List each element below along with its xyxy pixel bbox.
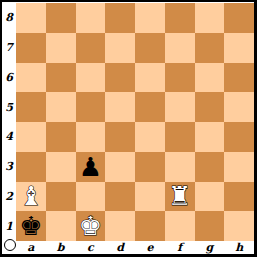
square-e5[interactable] (135, 92, 165, 122)
square-b8[interactable] (46, 3, 76, 33)
square-h6[interactable] (224, 63, 254, 93)
square-g6[interactable] (195, 63, 225, 93)
square-d4[interactable] (105, 122, 135, 152)
file-labels: abcdefgh (16, 240, 254, 254)
square-c7[interactable] (76, 33, 106, 63)
square-e8[interactable] (135, 3, 165, 33)
white-king-c1[interactable]: ♚ (79, 213, 102, 239)
square-h1[interactable] (224, 211, 254, 241)
rank-label-8: 8 (2, 3, 16, 33)
file-label-e: e (135, 240, 165, 254)
square-f4[interactable] (165, 122, 195, 152)
rank-labels: 87654321 (2, 3, 16, 241)
rank-label-4: 4 (2, 122, 16, 152)
square-h5[interactable] (224, 92, 254, 122)
square-c4[interactable] (76, 122, 106, 152)
square-d5[interactable] (105, 92, 135, 122)
square-e3[interactable] (135, 152, 165, 182)
rank-label-7: 7 (2, 33, 16, 63)
square-c8[interactable] (76, 3, 106, 33)
square-a4[interactable] (16, 122, 46, 152)
black-pawn-c3[interactable]: ♟ (79, 154, 102, 180)
square-d7[interactable] (105, 33, 135, 63)
square-h2[interactable] (224, 182, 254, 212)
white-to-move-indicator (4, 239, 16, 251)
square-e6[interactable] (135, 63, 165, 93)
rank-label-1: 1 (2, 211, 16, 241)
square-g2[interactable] (195, 182, 225, 212)
square-b1[interactable] (46, 211, 76, 241)
square-g5[interactable] (195, 92, 225, 122)
file-label-a: a (16, 240, 46, 254)
square-d1[interactable] (105, 211, 135, 241)
square-c5[interactable] (76, 92, 106, 122)
square-f8[interactable] (165, 3, 195, 33)
square-d3[interactable] (105, 152, 135, 182)
file-label-b: b (46, 240, 76, 254)
square-a7[interactable] (16, 33, 46, 63)
square-h3[interactable] (224, 152, 254, 182)
file-label-f: f (165, 240, 195, 254)
square-g3[interactable] (195, 152, 225, 182)
square-a2[interactable]: ♝ (16, 182, 46, 212)
square-c1[interactable]: ♚ (76, 211, 106, 241)
square-h4[interactable] (224, 122, 254, 152)
square-a8[interactable] (16, 3, 46, 33)
square-g7[interactable] (195, 33, 225, 63)
white-rook-f2[interactable]: ♜ (168, 183, 191, 209)
file-label-c: c (76, 240, 106, 254)
square-g8[interactable] (195, 3, 225, 33)
square-e2[interactable] (135, 182, 165, 212)
square-g1[interactable] (195, 211, 225, 241)
rank-label-2: 2 (2, 182, 16, 212)
square-f3[interactable] (165, 152, 195, 182)
square-a1[interactable]: ♚ (16, 211, 46, 241)
square-c3[interactable]: ♟ (76, 152, 106, 182)
rank-label-3: 3 (2, 152, 16, 182)
square-b5[interactable] (46, 92, 76, 122)
square-h8[interactable] (224, 3, 254, 33)
black-king-a1[interactable]: ♚ (19, 213, 42, 239)
square-a3[interactable] (16, 152, 46, 182)
square-c6[interactable] (76, 63, 106, 93)
file-label-h: h (224, 240, 254, 254)
square-d8[interactable] (105, 3, 135, 33)
rank-label-5: 5 (2, 92, 16, 122)
square-a5[interactable] (16, 92, 46, 122)
square-a6[interactable] (16, 63, 46, 93)
rank-label-6: 6 (2, 63, 16, 93)
file-label-d: d (105, 240, 135, 254)
square-b3[interactable] (46, 152, 76, 182)
square-c2[interactable] (76, 182, 106, 212)
square-b4[interactable] (46, 122, 76, 152)
square-g4[interactable] (195, 122, 225, 152)
square-h7[interactable] (224, 33, 254, 63)
square-f7[interactable] (165, 33, 195, 63)
square-e4[interactable] (135, 122, 165, 152)
diagram-background: 87654321 ♟♝♜♚♚ abcdefgh (2, 2, 254, 254)
square-f1[interactable] (165, 211, 195, 241)
square-b7[interactable] (46, 33, 76, 63)
square-e7[interactable] (135, 33, 165, 63)
square-b2[interactable] (46, 182, 76, 212)
square-f6[interactable] (165, 63, 195, 93)
square-b6[interactable] (46, 63, 76, 93)
file-label-g: g (195, 240, 225, 254)
white-bishop-a2[interactable]: ♝ (19, 183, 42, 209)
square-f2[interactable]: ♜ (165, 182, 195, 212)
square-e1[interactable] (135, 211, 165, 241)
square-f5[interactable] (165, 92, 195, 122)
square-d6[interactable] (105, 63, 135, 93)
square-d2[interactable] (105, 182, 135, 212)
chess-board: ♟♝♜♚♚ (16, 3, 254, 241)
